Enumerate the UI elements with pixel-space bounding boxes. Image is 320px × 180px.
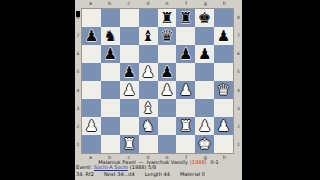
event-detail: (1988) 5/8 bbox=[130, 164, 156, 170]
square-f8: ♜ bbox=[176, 9, 195, 27]
chess-diagram-panel: abcdefgh 87654321 87654321 abcdefgh ♜♜♚♟… bbox=[75, 0, 242, 180]
black-bishop: ♝ bbox=[141, 29, 154, 44]
square-a3 bbox=[82, 99, 101, 117]
square-d7: ♝ bbox=[139, 27, 158, 45]
white-pawn: ♟ bbox=[198, 119, 211, 134]
white-rook: ♜ bbox=[122, 137, 135, 152]
white-bishop: ♝ bbox=[141, 101, 154, 116]
black-pawn: ♟ bbox=[160, 65, 173, 80]
white-queen: ♛ bbox=[217, 83, 230, 98]
square-d1 bbox=[139, 135, 158, 153]
black-pawn: ♟ bbox=[179, 47, 192, 62]
square-f5 bbox=[176, 63, 195, 81]
chess-board: ♜♜♚♟♞♝♛♟♟♟♟♟♟♟♟♟♟♛♝♟♞♜♟♟♜♚ bbox=[81, 8, 234, 154]
black-knight: ♞ bbox=[104, 29, 117, 44]
file-label-c: c bbox=[119, 0, 138, 8]
square-d4 bbox=[139, 81, 158, 99]
square-c7 bbox=[120, 27, 139, 45]
white-knight: ♞ bbox=[141, 119, 154, 134]
game-year: (1988) bbox=[190, 159, 207, 165]
square-a1 bbox=[82, 135, 101, 153]
square-h4: ♛ bbox=[214, 81, 233, 99]
square-b6: ♟ bbox=[101, 45, 120, 63]
square-c8 bbox=[120, 9, 139, 27]
square-c3 bbox=[120, 99, 139, 117]
game-result: 0-1 bbox=[211, 159, 219, 165]
square-g7 bbox=[195, 27, 214, 45]
square-e3 bbox=[158, 99, 177, 117]
square-g1: ♚ bbox=[195, 135, 214, 153]
next-move: Next 34...d4 bbox=[104, 171, 135, 177]
current-move: 34. Rf2 bbox=[76, 171, 94, 177]
square-f6: ♟ bbox=[176, 45, 195, 63]
square-a2: ♟ bbox=[82, 117, 101, 135]
rank-label-8: 8 bbox=[235, 8, 242, 26]
square-g6: ♟ bbox=[195, 45, 214, 63]
file-label-h: h bbox=[215, 0, 234, 8]
game-info-footer: Malaniuk Pavel—Ivanchuk Vassily(1988)0-1… bbox=[76, 159, 241, 177]
square-b4 bbox=[101, 81, 120, 99]
rank-label-2: 2 bbox=[235, 118, 242, 136]
white-pawn: ♟ bbox=[141, 65, 154, 80]
black-pawn: ♟ bbox=[85, 29, 98, 44]
rank-labels-right: 87654321 bbox=[235, 8, 242, 154]
square-h8 bbox=[214, 9, 233, 27]
square-g2: ♟ bbox=[195, 117, 214, 135]
square-a6 bbox=[82, 45, 101, 63]
black-pawn: ♟ bbox=[122, 65, 135, 80]
square-g3 bbox=[195, 99, 214, 117]
square-h3 bbox=[214, 99, 233, 117]
square-d2: ♞ bbox=[139, 117, 158, 135]
square-e1 bbox=[158, 135, 177, 153]
square-h5 bbox=[214, 63, 233, 81]
white-pawn: ♟ bbox=[122, 83, 135, 98]
square-e8: ♜ bbox=[158, 9, 177, 27]
square-a5 bbox=[82, 63, 101, 81]
file-label-b: b bbox=[100, 0, 119, 8]
square-b7: ♞ bbox=[101, 27, 120, 45]
white-pawn: ♟ bbox=[179, 83, 192, 98]
rank-label-5: 5 bbox=[235, 63, 242, 81]
square-e2 bbox=[158, 117, 177, 135]
square-c1: ♜ bbox=[120, 135, 139, 153]
game-length: Length 44 bbox=[145, 171, 170, 177]
letterbox-right bbox=[242, 0, 320, 180]
square-g5 bbox=[195, 63, 214, 81]
square-a4 bbox=[82, 81, 101, 99]
rank-label-6: 6 bbox=[235, 45, 242, 63]
square-b8 bbox=[101, 9, 120, 27]
square-g8: ♚ bbox=[195, 9, 214, 27]
square-f7 bbox=[176, 27, 195, 45]
square-b3 bbox=[101, 99, 120, 117]
square-a7: ♟ bbox=[82, 27, 101, 45]
square-d3: ♝ bbox=[139, 99, 158, 117]
file-label-g: g bbox=[196, 0, 215, 8]
square-e6 bbox=[158, 45, 177, 63]
file-label-a: a bbox=[81, 0, 100, 8]
square-f2: ♜ bbox=[176, 117, 195, 135]
file-label-e: e bbox=[158, 0, 177, 8]
square-f3 bbox=[176, 99, 195, 117]
video-frame: abcdefgh 87654321 87654321 abcdefgh ♜♜♚♟… bbox=[0, 0, 320, 180]
square-h2: ♟ bbox=[214, 117, 233, 135]
square-a8 bbox=[82, 9, 101, 27]
black-king: ♚ bbox=[198, 11, 211, 26]
white-pawn: ♟ bbox=[85, 119, 98, 134]
file-labels-top: abcdefgh bbox=[81, 0, 234, 8]
event-label: Event: bbox=[76, 164, 92, 170]
square-h6 bbox=[214, 45, 233, 63]
square-d8 bbox=[139, 9, 158, 27]
rank-label-1: 1 bbox=[235, 136, 242, 154]
black-to-move-indicator bbox=[76, 11, 80, 17]
event-link[interactable]: Sochi-A Sochi bbox=[94, 164, 128, 170]
square-h1 bbox=[214, 135, 233, 153]
white-pawn: ♟ bbox=[217, 119, 230, 134]
file-label-d: d bbox=[138, 0, 157, 8]
square-c2 bbox=[120, 117, 139, 135]
square-e5: ♟ bbox=[158, 63, 177, 81]
square-f1 bbox=[176, 135, 195, 153]
stats-line: 34. Rf2 Next 34...d4 Length 44 Material … bbox=[76, 171, 241, 177]
black-rook: ♜ bbox=[179, 11, 192, 26]
black-rook: ♜ bbox=[160, 11, 173, 26]
square-c4: ♟ bbox=[120, 81, 139, 99]
square-d5: ♟ bbox=[139, 63, 158, 81]
rank-label-7: 7 bbox=[235, 26, 242, 44]
black-queen: ♛ bbox=[160, 29, 173, 44]
black-pawn: ♟ bbox=[217, 29, 230, 44]
material-balance: Material 0 bbox=[180, 171, 205, 177]
rank-label-3: 3 bbox=[235, 99, 242, 117]
square-b1 bbox=[101, 135, 120, 153]
rank-label-4: 4 bbox=[235, 81, 242, 99]
square-b2 bbox=[101, 117, 120, 135]
black-pawn: ♟ bbox=[104, 47, 117, 62]
square-e7: ♛ bbox=[158, 27, 177, 45]
square-b5 bbox=[101, 63, 120, 81]
square-g4 bbox=[195, 81, 214, 99]
file-label-f: f bbox=[177, 0, 196, 8]
square-c6 bbox=[120, 45, 139, 63]
square-d6 bbox=[139, 45, 158, 63]
white-pawn: ♟ bbox=[160, 83, 173, 98]
square-e4: ♟ bbox=[158, 81, 177, 99]
white-king: ♚ bbox=[198, 137, 211, 152]
square-c5: ♟ bbox=[120, 63, 139, 81]
black-pawn: ♟ bbox=[198, 47, 211, 62]
square-f4: ♟ bbox=[176, 81, 195, 99]
white-rook: ♜ bbox=[179, 119, 192, 134]
square-h7: ♟ bbox=[214, 27, 233, 45]
letterbox-left bbox=[0, 0, 75, 180]
